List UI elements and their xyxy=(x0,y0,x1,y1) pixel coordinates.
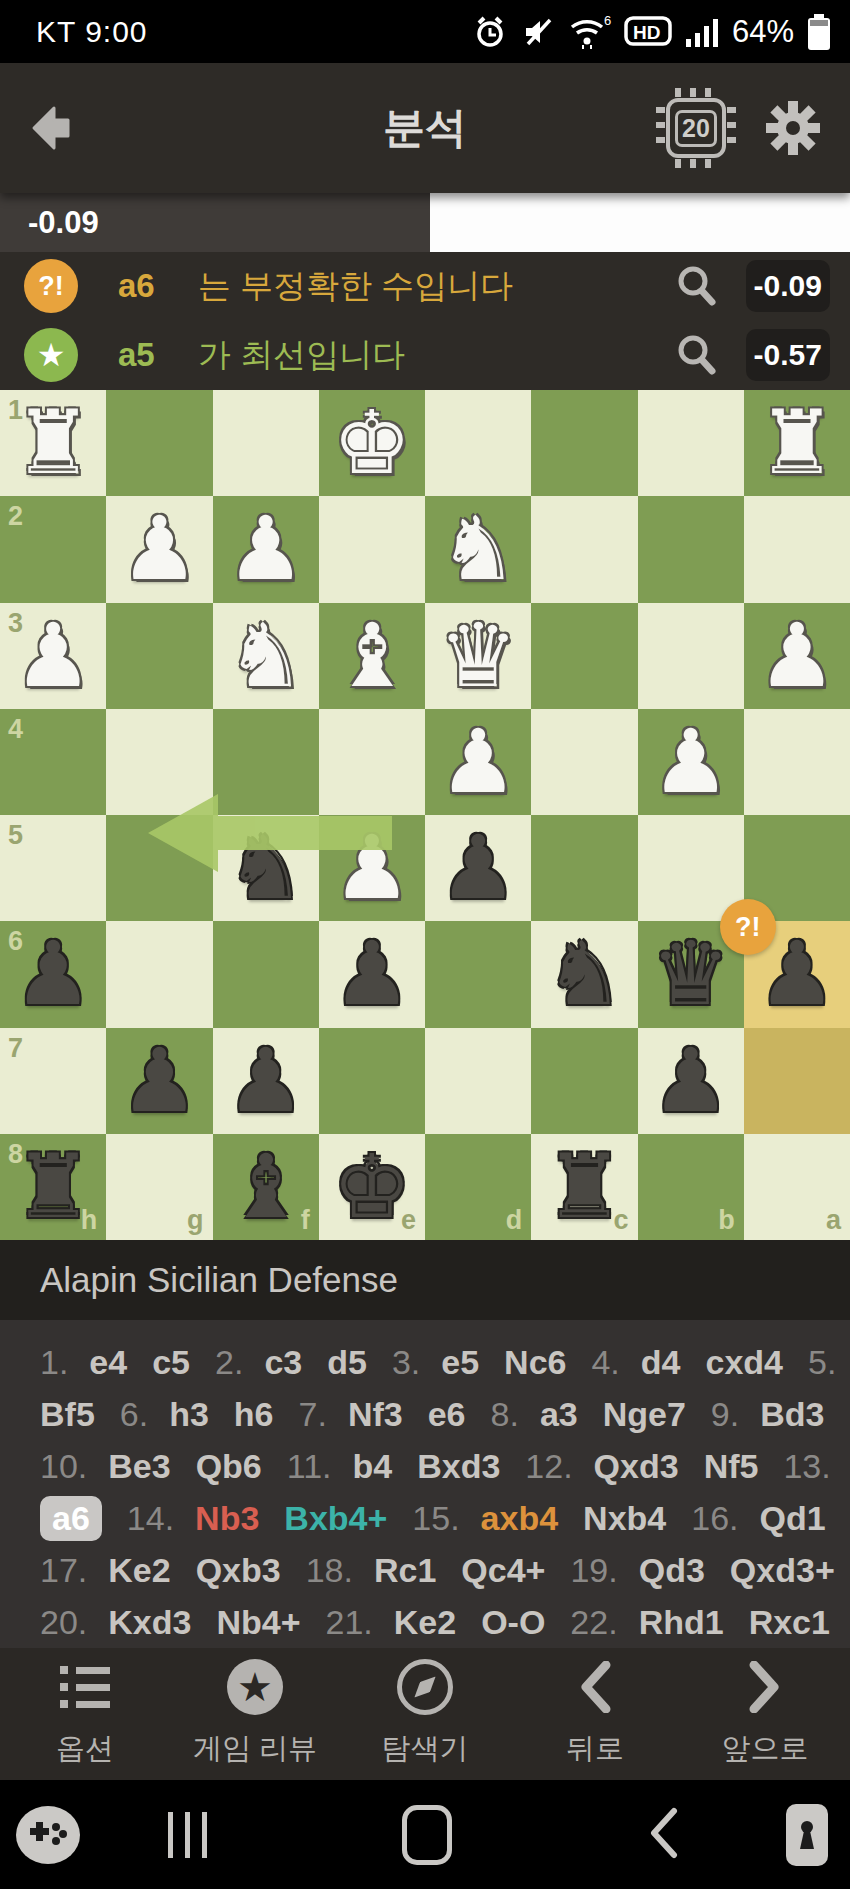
move[interactable]: e5 xyxy=(441,1343,479,1382)
game-launcher-button[interactable] xyxy=(16,1806,80,1864)
move-number: 9. xyxy=(711,1395,739,1434)
square-d4[interactable]: ♟ xyxy=(425,709,531,815)
move[interactable]: Qxd3 xyxy=(594,1447,679,1486)
square-g6[interactable] xyxy=(106,921,212,1027)
square-b4[interactable]: ♟ xyxy=(638,709,744,815)
white-king-e1: ♚ xyxy=(319,390,425,496)
square-h8[interactable]: 8h♜ xyxy=(0,1134,106,1240)
inaccuracy-row: ?! a6 는 부정확한 수입니다 -0.09 xyxy=(0,252,850,320)
move-row: 1.e4c52.c3d53.e5Nc64.d4cxd45.cxd4 xyxy=(40,1336,850,1388)
best-move-row: ★ a5 가 최선입니다 -0.57 xyxy=(0,320,850,390)
square-h6[interactable]: 6♟ xyxy=(0,921,106,1027)
square-b7[interactable]: ♟ xyxy=(638,1028,744,1134)
black-pawn-b7: ♟ xyxy=(638,1028,744,1134)
square-c5[interactable] xyxy=(531,815,637,921)
rank-label: 8 xyxy=(8,1139,23,1170)
move[interactable]: axb4 xyxy=(481,1499,559,1538)
file-label: a xyxy=(826,1205,841,1236)
move-row: 20.Kxd3Nb4+21.Ke2O-O22.Rhd1Rxc1 xyxy=(40,1596,850,1648)
nav-label: 뒤로 xyxy=(566,1729,624,1769)
square-f6[interactable] xyxy=(213,921,319,1027)
move[interactable]: Qd1 xyxy=(760,1499,826,1538)
move[interactable]: a3 xyxy=(540,1395,578,1434)
square-e2[interactable] xyxy=(319,496,425,602)
rank-label: 6 xyxy=(8,926,23,957)
move[interactable]: Nb4+ xyxy=(216,1603,300,1642)
move[interactable]: Bxb4+ xyxy=(284,1499,387,1538)
move-row: 10.Be3Qb611.b4Bxd312.Qxd3Nf513.Nbd2 xyxy=(40,1440,850,1492)
square-e5[interactable]: ♟ xyxy=(319,815,425,921)
move[interactable]: c3 xyxy=(264,1343,302,1382)
bottom-nav: 옵션 ★ 게임 리뷰 탐색기 뒤로 앞으로 xyxy=(0,1648,850,1780)
square-h1[interactable]: 1♜ xyxy=(0,390,106,496)
white-rook-a1: ♜ xyxy=(744,390,850,496)
alarm-icon xyxy=(472,14,508,50)
move[interactable]: h6 xyxy=(234,1395,274,1434)
engine-depth-button[interactable]: 20 xyxy=(666,98,726,158)
move-number: 11. xyxy=(287,1447,332,1486)
square-b3[interactable] xyxy=(638,603,744,709)
square-e8[interactable]: e♚ xyxy=(319,1134,425,1240)
best-move-text: 가 최선입니다 xyxy=(198,333,405,378)
opening-strip: Alapin Sicilian Defense xyxy=(0,1240,850,1320)
square-e7[interactable] xyxy=(319,1028,425,1134)
move[interactable]: Nb3 xyxy=(195,1499,259,1538)
square-a3[interactable]: ♟ xyxy=(744,603,850,709)
square-g5[interactable] xyxy=(106,815,212,921)
system-nav-bar xyxy=(0,1780,850,1889)
status-icons: 6 HD 64% xyxy=(472,12,832,52)
file-label: h xyxy=(81,1205,98,1236)
square-c2[interactable] xyxy=(531,496,637,602)
square-c3[interactable] xyxy=(531,603,637,709)
square-h7[interactable]: 7 xyxy=(0,1028,106,1134)
compass-icon xyxy=(397,1659,453,1715)
move[interactable]: Nf3 xyxy=(348,1395,403,1434)
square-h4[interactable]: 4 xyxy=(0,709,106,815)
eval-badge: -0.57 xyxy=(746,329,830,381)
square-b2[interactable] xyxy=(638,496,744,602)
move[interactable]: Bxd3 xyxy=(417,1447,500,1486)
move[interactable]: Qb6 xyxy=(196,1447,262,1486)
nav-back[interactable]: 뒤로 xyxy=(510,1648,680,1780)
white-pawn-a3: ♟ xyxy=(744,603,850,709)
search-icon[interactable] xyxy=(674,263,720,309)
battery-percent: 64% xyxy=(732,14,794,50)
wifi-icon: 6 xyxy=(568,13,612,51)
best-move-icon: ★ xyxy=(24,328,78,382)
square-g3[interactable] xyxy=(106,603,212,709)
square-c4[interactable] xyxy=(531,709,637,815)
chevron-left-icon xyxy=(578,1659,612,1715)
move[interactable]: Nge7 xyxy=(603,1395,686,1434)
hd-icon: HD xyxy=(624,14,672,50)
square-c7[interactable] xyxy=(531,1028,637,1134)
edge-panel-handle[interactable] xyxy=(786,1804,828,1866)
move-number: 15. xyxy=(412,1499,459,1538)
status-bar: KT 9:00 6 HD xyxy=(0,0,850,63)
square-f4[interactable] xyxy=(213,709,319,815)
move-row: 17.Ke2Qxb318.Rc1Qc4+19.Qd3Qxd3+ xyxy=(40,1544,850,1596)
square-a4[interactable] xyxy=(744,709,850,815)
list-icon xyxy=(60,1659,110,1715)
move[interactable]: Ke2 xyxy=(394,1603,456,1642)
move-number: 14. xyxy=(127,1499,174,1538)
move-number: 3. xyxy=(392,1343,420,1382)
inaccuracy-text: 는 부정확한 수입니다 xyxy=(198,264,513,309)
square-e4[interactable] xyxy=(319,709,425,815)
square-d5[interactable]: ♟ xyxy=(425,815,531,921)
move-number: 12. xyxy=(525,1447,572,1486)
square-a1[interactable]: ♜ xyxy=(744,390,850,496)
move[interactable]: Qxd3+ xyxy=(730,1551,835,1590)
system-back-button[interactable] xyxy=(648,1807,678,1863)
square-b5[interactable] xyxy=(638,815,744,921)
analysis-panel: ?! a6 는 부정확한 수입니다 -0.09 ★ a5 가 최선입니다 -0.… xyxy=(0,252,850,390)
move[interactable]: Rhd1 xyxy=(639,1603,724,1642)
square-g1[interactable] xyxy=(106,390,212,496)
move-row: Bf56.h3h67.Nf3e68.a3Nge79.Bd3Rc8 xyxy=(40,1388,850,1440)
square-f2[interactable]: ♟ xyxy=(213,496,319,602)
file-label: c xyxy=(613,1205,628,1236)
move[interactable]: Be3 xyxy=(108,1447,170,1486)
file-label: f xyxy=(301,1205,310,1236)
evaluation-bar: -0.09 xyxy=(0,193,850,252)
black-knight-c6: ♞ xyxy=(531,921,637,1027)
rank-label: 2 xyxy=(8,501,23,532)
rank-label: 3 xyxy=(8,608,23,639)
move-number: 2. xyxy=(215,1343,243,1382)
square-g8[interactable]: g xyxy=(106,1134,212,1240)
carrier-time: KT 9:00 xyxy=(36,15,148,49)
star-circle-icon: ★ xyxy=(227,1659,283,1715)
home-button[interactable] xyxy=(402,1805,452,1865)
rank-label: 4 xyxy=(8,714,23,745)
analysis-screen: KT 9:00 6 HD xyxy=(0,0,850,1889)
square-f1[interactable] xyxy=(213,390,319,496)
square-f5[interactable]: ♞ xyxy=(213,815,319,921)
settings-gear-icon[interactable] xyxy=(764,99,822,157)
black-pawn-g7: ♟ xyxy=(106,1028,212,1134)
move-number: 19. xyxy=(570,1551,617,1590)
inaccuracy-icon: ?! xyxy=(24,259,78,313)
white-knight-f3: ♞ xyxy=(213,603,319,709)
square-d1[interactable] xyxy=(425,390,531,496)
square-f3[interactable]: ♞ xyxy=(213,603,319,709)
move[interactable]: Qc4+ xyxy=(461,1551,545,1590)
battery-icon xyxy=(806,12,832,52)
move[interactable]: Rxc1 xyxy=(749,1603,830,1642)
square-f8[interactable]: f♝ xyxy=(213,1134,319,1240)
eval-badge: -0.09 xyxy=(746,260,830,312)
nav-game-review[interactable]: ★ 게임 리뷰 xyxy=(170,1648,340,1780)
white-pawn-e5: ♟ xyxy=(319,815,425,921)
move[interactable]: Qd3 xyxy=(639,1551,705,1590)
black-knight-f5: ♞ xyxy=(213,815,319,921)
move-number: 18. xyxy=(306,1551,353,1590)
black-pawn-d5: ♟ xyxy=(425,815,531,921)
recents-button[interactable] xyxy=(168,1812,207,1858)
white-bishop-e3: ♝ xyxy=(319,603,425,709)
move[interactable]: e6 xyxy=(428,1395,466,1434)
nav-label: 탐색기 xyxy=(382,1729,469,1769)
move[interactable]: Rc1 xyxy=(374,1551,436,1590)
move[interactable]: h3 xyxy=(169,1395,209,1434)
square-b1[interactable] xyxy=(638,390,744,496)
white-pawn-f2: ♟ xyxy=(213,496,319,602)
square-h3[interactable]: 3♟ xyxy=(0,603,106,709)
move[interactable]: d5 xyxy=(327,1343,367,1382)
square-a2[interactable] xyxy=(744,496,850,602)
app-header: 분석 20 xyxy=(0,63,850,193)
nav-explorer[interactable]: 탐색기 xyxy=(340,1648,510,1780)
square-e6[interactable]: ♟ xyxy=(319,921,425,1027)
square-a8[interactable]: a xyxy=(744,1134,850,1240)
move[interactable]: b4 xyxy=(353,1447,393,1486)
square-c1[interactable] xyxy=(531,390,637,496)
square-b8[interactable]: b xyxy=(638,1134,744,1240)
square-c6[interactable]: ♞ xyxy=(531,921,637,1027)
black-pawn-f7: ♟ xyxy=(213,1028,319,1134)
move-number: 16. xyxy=(691,1499,738,1538)
square-f7[interactable]: ♟ xyxy=(213,1028,319,1134)
move[interactable]: c5 xyxy=(152,1343,190,1382)
square-h5[interactable]: 5 xyxy=(0,815,106,921)
move-number: 4. xyxy=(591,1343,619,1382)
square-a7[interactable] xyxy=(744,1028,850,1134)
mute-icon xyxy=(520,14,556,50)
square-g4[interactable] xyxy=(106,709,212,815)
square-g2[interactable]: ♟ xyxy=(106,496,212,602)
square-g7[interactable]: ♟ xyxy=(106,1028,212,1134)
move-row: a614.Nb3Bxb4+15.axb4Nxb416.Qd1Nc2+ xyxy=(40,1492,850,1544)
square-c8[interactable]: c♜ xyxy=(531,1134,637,1240)
best-move: a5 xyxy=(118,336,198,374)
nav-label: 옵션 xyxy=(56,1729,114,1769)
rank-label: 7 xyxy=(8,1033,23,1064)
file-label: d xyxy=(506,1205,523,1236)
move[interactable]: Ke2 xyxy=(108,1551,170,1590)
white-pawn-d4: ♟ xyxy=(425,709,531,815)
nav-label: 게임 리뷰 xyxy=(193,1729,317,1769)
move-number: 5. xyxy=(808,1343,836,1382)
file-label: e xyxy=(401,1205,416,1236)
nav-options[interactable]: 옵션 xyxy=(0,1648,170,1780)
move[interactable]: Nf5 xyxy=(704,1447,759,1486)
square-d2[interactable]: ♞ xyxy=(425,496,531,602)
square-d8[interactable]: d xyxy=(425,1134,531,1240)
file-label: b xyxy=(718,1205,735,1236)
rank-label: 5 xyxy=(8,820,23,851)
nav-forward[interactable]: 앞으로 xyxy=(680,1648,850,1780)
move-number: 8. xyxy=(491,1395,519,1434)
move-number: 17. xyxy=(40,1551,87,1590)
square-h2[interactable]: 2 xyxy=(0,496,106,602)
move[interactable]: Bf5 xyxy=(40,1395,95,1434)
nav-label: 앞으로 xyxy=(722,1729,809,1769)
move[interactable]: Nxb4 xyxy=(583,1499,666,1538)
move[interactable]: e4 xyxy=(89,1343,127,1382)
move[interactable]: cxd4 xyxy=(706,1343,784,1382)
played-move: a6 xyxy=(118,267,198,305)
square-e1[interactable]: ♚ xyxy=(319,390,425,496)
black-pawn-e6: ♟ xyxy=(319,921,425,1027)
move-number: 21. xyxy=(326,1603,373,1642)
move[interactable]: Nc6 xyxy=(504,1343,566,1382)
move-number: 1. xyxy=(40,1343,68,1382)
chess-board[interactable]: 1♜♚♜2♟♟♞3♟♞♝♛♟4♟♟5♞♟♟6♟♟♞♛♟7♟♟♟8h♜gf♝e♚d… xyxy=(0,390,850,1240)
move[interactable]: Qxb3 xyxy=(196,1551,281,1590)
chevron-right-icon xyxy=(748,1659,782,1715)
signal-icon xyxy=(684,15,720,49)
move-number: 20. xyxy=(40,1603,87,1642)
move-list: 1.e4c52.c3d53.e5Nc64.d4cxd45.cxd4Bf56.h3… xyxy=(0,1320,850,1648)
opening-name: Alapin Sicilian Defense xyxy=(40,1260,398,1300)
evaluation-score: -0.09 xyxy=(28,205,99,241)
move-number: 6. xyxy=(120,1395,148,1434)
move[interactable]: Kxd3 xyxy=(108,1603,191,1642)
move-number: 7. xyxy=(299,1395,327,1434)
white-pawn-b4: ♟ xyxy=(638,709,744,815)
white-queen-d3: ♛ xyxy=(425,603,531,709)
white-knight-d2: ♞ xyxy=(425,496,531,602)
inaccuracy-board-badge: ?! xyxy=(720,899,776,955)
move[interactable]: Bd3 xyxy=(760,1395,824,1434)
square-d6[interactable] xyxy=(425,921,531,1027)
search-icon[interactable] xyxy=(674,332,720,378)
rank-label: 1 xyxy=(8,395,23,426)
move[interactable]: O-O xyxy=(481,1603,545,1642)
move-number: 13. xyxy=(783,1447,830,1486)
evaluation-bar-white xyxy=(430,193,850,252)
move[interactable]: d4 xyxy=(641,1343,681,1382)
engine-depth-value: 20 xyxy=(675,110,717,147)
move-number: 22. xyxy=(570,1603,617,1642)
move-number: 10. xyxy=(40,1447,87,1486)
file-label: g xyxy=(187,1205,204,1236)
svg-text:6: 6 xyxy=(604,13,611,28)
white-pawn-g2: ♟ xyxy=(106,496,212,602)
square-e3[interactable]: ♝ xyxy=(319,603,425,709)
square-d7[interactable] xyxy=(425,1028,531,1134)
current-move[interactable]: a6 xyxy=(40,1496,102,1541)
svg-text:HD: HD xyxy=(633,22,660,43)
square-d3[interactable]: ♛ xyxy=(425,603,531,709)
